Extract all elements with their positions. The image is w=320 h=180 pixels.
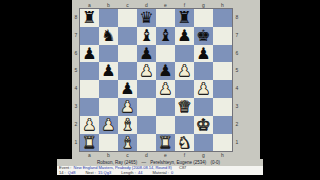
rank-label-3: 3 (72, 98, 80, 116)
square-f3[interactable]: ♛ (175, 98, 194, 116)
square-c4[interactable]: ♟ (118, 80, 137, 98)
rank-label-5: 5 (72, 62, 80, 80)
white-bishop: ♝ (120, 116, 134, 134)
square-d3[interactable] (137, 98, 156, 116)
square-a1[interactable]: ♜ (80, 134, 99, 152)
square-d5[interactable]: ♟ (137, 62, 156, 80)
file-label-c: c (118, 151, 137, 159)
square-d2[interactable] (137, 116, 156, 134)
white-king: ♚ (196, 116, 210, 134)
square-c8[interactable] (118, 9, 137, 27)
square-b5[interactable]: ♟ (99, 62, 118, 80)
square-h7[interactable] (213, 27, 232, 45)
rank-label-4: 4 (72, 80, 80, 98)
square-c6[interactable] (118, 45, 137, 63)
square-c5[interactable] (118, 62, 137, 80)
square-c3[interactable]: ♟ (118, 98, 137, 116)
black-pawn: ♟ (139, 45, 153, 63)
file-label-f: f (175, 1, 194, 9)
square-b3[interactable] (99, 98, 118, 116)
square-f7[interactable]: ♟ (175, 27, 194, 45)
square-b7[interactable]: ♞ (99, 27, 118, 45)
file-label-e: e (156, 1, 175, 9)
rank-label-1: 1 (72, 134, 80, 152)
square-b1[interactable] (99, 134, 118, 152)
square-f5[interactable]: ♟ (175, 62, 194, 80)
square-a8[interactable]: ♜ (80, 9, 99, 27)
black-rook: ♜ (82, 9, 96, 27)
rank-label-2: 2 (232, 116, 242, 134)
file-label-a: a (80, 151, 99, 159)
square-b6[interactable] (99, 45, 118, 63)
white-pawn: ♟ (120, 98, 134, 116)
square-c1[interactable]: ♝ (118, 134, 137, 152)
square-g6[interactable]: ♟ (194, 45, 213, 63)
square-e1[interactable]: ♜ (156, 134, 175, 152)
letterbox-right (263, 0, 320, 180)
square-e8[interactable] (156, 9, 175, 27)
square-e4[interactable]: ♟ (156, 80, 175, 98)
square-f6[interactable] (175, 45, 194, 63)
length-value: 44 (138, 170, 142, 175)
rank-label-6: 6 (232, 45, 242, 63)
rank-labels-right: 87654321 (232, 9, 242, 152)
square-e3[interactable] (156, 98, 175, 116)
file-label-e: e (156, 151, 175, 159)
square-f1[interactable]: ♞ (175, 134, 194, 152)
file-label-b: b (99, 1, 118, 9)
rank-labels-left: 87654321 (72, 9, 80, 152)
square-d8[interactable]: ♛ (137, 9, 156, 27)
rank-label-4: 4 (232, 80, 242, 98)
square-h1[interactable] (213, 134, 232, 152)
square-a7[interactable] (80, 27, 99, 45)
square-g1[interactable] (194, 134, 213, 152)
file-label-g: g (194, 151, 213, 159)
next-move-label: Next : (85, 170, 95, 175)
square-h4[interactable] (213, 80, 232, 98)
last-move-value: Qd8 (68, 170, 76, 175)
file-label-d: d (137, 1, 156, 9)
black-player-elo: (2534) (193, 160, 206, 165)
square-a2[interactable]: ♟ (80, 116, 99, 134)
square-c2[interactable]: ♝ (118, 116, 137, 134)
white-knight: ♞ (177, 134, 191, 152)
square-h3[interactable] (213, 98, 232, 116)
square-f4[interactable] (175, 80, 194, 98)
white-rook: ♜ (158, 134, 172, 152)
square-d4[interactable] (137, 80, 156, 98)
board-frame: abcdefgh 87654321 87654321 ♜♛♜♞♝♝♟♚♟♟♟♟♟… (72, 0, 260, 159)
white-pawn: ♟ (177, 62, 191, 80)
square-b8[interactable] (99, 9, 118, 27)
rank-label-8: 8 (232, 9, 242, 27)
square-d6[interactable]: ♟ (137, 45, 156, 63)
square-g8[interactable] (194, 9, 213, 27)
white-pawn: ♟ (196, 80, 210, 98)
file-label-a: a (80, 1, 99, 9)
square-a3[interactable] (80, 98, 99, 116)
square-h2[interactable] (213, 116, 232, 134)
file-label-c: c (118, 1, 137, 9)
black-pawn: ♟ (101, 62, 115, 80)
file-labels-bottom: abcdefgh (80, 151, 232, 159)
square-h8[interactable] (213, 9, 232, 27)
black-pawn: ♟ (158, 62, 172, 80)
next-move-value: 15 Qg3 (98, 170, 111, 175)
square-a5[interactable] (80, 62, 99, 80)
length-label: Length : (121, 170, 135, 175)
eco-code: C87 (179, 165, 186, 170)
material-label: Material : (152, 170, 168, 175)
black-bishop: ♝ (139, 27, 153, 45)
letterbox-bottom (0, 175, 320, 180)
white-queen: ♛ (177, 98, 191, 116)
file-label-h: h (213, 1, 232, 9)
black-king: ♚ (196, 27, 210, 45)
square-e6[interactable] (156, 45, 175, 63)
rank-label-1: 1 (232, 134, 242, 152)
square-c7[interactable] (118, 27, 137, 45)
last-move-label: 14 : (59, 170, 66, 175)
status-line: 14 : Qd8 Next : 15 Qg3 Length : 44 Mater… (57, 171, 263, 176)
white-pawn: ♟ (158, 80, 172, 98)
square-d7[interactable]: ♝ (137, 27, 156, 45)
rank-label-5: 5 (232, 62, 242, 80)
square-a6[interactable]: ♟ (80, 45, 99, 63)
square-b2[interactable]: ♟ (99, 116, 118, 134)
file-label-f: f (175, 151, 194, 159)
file-label-b: b (99, 151, 118, 159)
square-a4[interactable] (80, 80, 99, 98)
black-rook: ♜ (177, 9, 191, 27)
square-e5[interactable]: ♟ (156, 62, 175, 80)
rank-label-8: 8 (72, 9, 80, 27)
square-g2[interactable]: ♚ (194, 116, 213, 134)
file-label-h: h (213, 151, 232, 159)
black-pawn: ♟ (196, 45, 210, 63)
black-pawn: ♟ (120, 80, 134, 98)
material-value: 0 (171, 170, 173, 175)
white-pawn: ♟ (82, 116, 96, 134)
rank-label-6: 6 (72, 45, 80, 63)
white-rook: ♜ (82, 134, 96, 152)
square-h6[interactable] (213, 45, 232, 63)
black-pawn: ♟ (177, 27, 191, 45)
file-label-g: g (194, 1, 213, 9)
white-pawn: ♟ (139, 62, 153, 80)
square-g4[interactable]: ♟ (194, 80, 213, 98)
square-f8[interactable]: ♜ (175, 9, 194, 27)
square-d1[interactable] (137, 134, 156, 152)
letterbox-left (0, 0, 57, 180)
rank-label-2: 2 (72, 116, 80, 134)
square-g5[interactable] (194, 62, 213, 80)
square-e2[interactable] (156, 116, 175, 134)
rank-label-7: 7 (72, 27, 80, 45)
white-bishop: ♝ (120, 134, 134, 152)
rank-label-7: 7 (232, 27, 242, 45)
rank-label-3: 3 (232, 98, 242, 116)
square-g3[interactable] (194, 98, 213, 116)
chess-board: ♜♛♜♞♝♝♟♚♟♟♟♟♟♟♟♟♟♟♟♛♟♟♝♚♜♝♜♞ (80, 9, 232, 151)
white-pawn: ♟ (101, 116, 115, 134)
black-knight: ♞ (101, 27, 115, 45)
square-f2[interactable] (175, 116, 194, 134)
black-bishop: ♝ (158, 27, 172, 45)
square-b4[interactable] (99, 80, 118, 98)
info-panel: Event : New England Masters, Peabody (20… (57, 166, 263, 175)
black-queen: ♛ (139, 9, 153, 27)
square-g7[interactable]: ♚ (194, 27, 213, 45)
square-h5[interactable] (213, 62, 232, 80)
black-pawn: ♟ (82, 45, 96, 63)
file-label-d: d (137, 151, 156, 159)
game-result: (0-0) (211, 160, 221, 165)
file-labels-top: abcdefgh (80, 1, 232, 9)
square-e7[interactable]: ♝ (156, 27, 175, 45)
